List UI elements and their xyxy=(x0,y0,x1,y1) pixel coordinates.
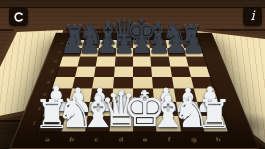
info-button[interactable]: i xyxy=(243,7,262,26)
piece-white-rook-h1[interactable]: ♜ xyxy=(196,93,232,133)
info-icon: i xyxy=(250,9,254,22)
app-window: abcdefgh 87654321 ♜♞♝♛♚♝♞♜♟♟♟♟♟♟♟♟♟♟♟♟♟♟… xyxy=(0,0,265,149)
rotate-ccw-icon xyxy=(13,11,25,23)
rotate-board-button[interactable] xyxy=(9,7,28,26)
pieces-layer: ♜♞♝♛♚♝♞♜♟♟♟♟♟♟♟♟♟♟♟♟♟♟♟♟♜♞♝♛♚♝♞♜ xyxy=(0,0,265,149)
piece-black-pawn-h7[interactable]: ♟ xyxy=(182,31,206,58)
